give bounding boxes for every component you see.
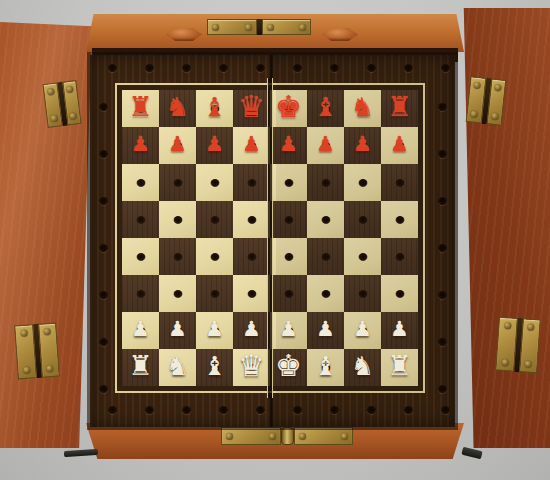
peg-hole bbox=[321, 216, 330, 224]
square-a7[interactable]: ♟ bbox=[122, 127, 159, 164]
square-h6[interactable] bbox=[381, 164, 418, 201]
peg-hole bbox=[438, 244, 447, 252]
hinge-plate bbox=[14, 324, 36, 379]
screw-icon bbox=[66, 86, 74, 94]
peg-hole bbox=[358, 253, 367, 261]
peg-hole bbox=[99, 150, 108, 158]
peg-hole bbox=[358, 290, 367, 298]
hinge-plate bbox=[519, 318, 541, 373]
peg-hole bbox=[173, 253, 182, 261]
square-e6[interactable] bbox=[270, 164, 307, 201]
square-f3[interactable] bbox=[307, 275, 344, 312]
piece-ivory-pawn[interactable]: ♟ bbox=[242, 318, 261, 339]
screw-icon bbox=[44, 328, 51, 335]
peg-hole bbox=[438, 150, 447, 158]
square-e7[interactable]: ♟ bbox=[270, 127, 307, 164]
box-rail-bottom bbox=[86, 423, 464, 459]
peg-hole bbox=[395, 253, 404, 261]
piece-ivory-knight[interactable]: ♞ bbox=[351, 352, 374, 378]
square-a8[interactable]: ♜ bbox=[122, 90, 159, 127]
open-lid-right bbox=[452, 8, 550, 448]
square-d7[interactable]: ♟ bbox=[233, 127, 270, 164]
piece-red-pawn[interactable]: ♟ bbox=[390, 133, 409, 154]
screw-icon bbox=[267, 24, 274, 31]
square-e5[interactable] bbox=[270, 201, 307, 238]
screw-icon bbox=[23, 367, 30, 374]
square-b2[interactable]: ♟ bbox=[159, 312, 196, 349]
square-b8[interactable]: ♞ bbox=[159, 90, 196, 127]
piece-ivory-rook[interactable]: ♜ bbox=[387, 352, 411, 379]
square-d8[interactable]: ♛ bbox=[233, 90, 270, 127]
piece-red-pawn[interactable]: ♟ bbox=[131, 133, 150, 154]
screw-icon bbox=[494, 84, 502, 92]
screw-icon bbox=[69, 112, 77, 120]
peg-hole bbox=[256, 406, 265, 414]
piece-red-bishop[interactable]: ♝ bbox=[203, 93, 226, 119]
peg-hole bbox=[99, 291, 108, 299]
peg-hole bbox=[99, 385, 108, 393]
brass-hinge-right-top-icon bbox=[466, 76, 507, 126]
peg-hole bbox=[438, 197, 447, 205]
peg-hole bbox=[136, 253, 145, 261]
screw-icon bbox=[299, 433, 306, 440]
piece-ivory-pawn[interactable]: ♟ bbox=[390, 318, 409, 339]
piece-red-bishop[interactable]: ♝ bbox=[314, 93, 337, 119]
square-d1[interactable]: ♛ bbox=[233, 349, 270, 386]
square-c1[interactable]: ♝ bbox=[196, 349, 233, 386]
square-a2[interactable]: ♟ bbox=[122, 312, 159, 349]
square-g1[interactable]: ♞ bbox=[344, 349, 381, 386]
peg-hole bbox=[247, 179, 256, 187]
screw-icon bbox=[341, 433, 348, 440]
square-f4[interactable] bbox=[307, 238, 344, 275]
peg-hole bbox=[247, 253, 256, 261]
square-e3[interactable] bbox=[270, 275, 307, 312]
peg-hole bbox=[404, 406, 413, 414]
board-fold-seam bbox=[267, 78, 273, 398]
square-c3[interactable] bbox=[196, 275, 233, 312]
hinge-plate bbox=[38, 323, 60, 378]
piece-ivory-pawn[interactable]: ♟ bbox=[131, 318, 150, 339]
peg-hole bbox=[173, 216, 182, 224]
square-a1[interactable]: ♜ bbox=[122, 349, 159, 386]
square-c8[interactable]: ♝ bbox=[196, 90, 233, 127]
square-g2[interactable]: ♟ bbox=[344, 312, 381, 349]
peg-hole bbox=[367, 406, 376, 414]
peg-hole bbox=[136, 290, 145, 298]
hinge-plate bbox=[294, 427, 354, 445]
peg-hole bbox=[358, 179, 367, 187]
screw-icon bbox=[504, 322, 511, 329]
screw-icon bbox=[20, 330, 27, 337]
screw-icon bbox=[473, 82, 481, 90]
peg-hole bbox=[210, 290, 219, 298]
square-h3[interactable] bbox=[381, 275, 418, 312]
hinge-plate bbox=[262, 19, 312, 35]
square-h8[interactable]: ♜ bbox=[381, 90, 418, 127]
square-f7[interactable]: ♟ bbox=[307, 127, 344, 164]
piece-red-knight[interactable]: ♞ bbox=[166, 93, 189, 119]
square-b6[interactable] bbox=[159, 164, 196, 201]
peg-hole bbox=[284, 179, 293, 187]
peg-hole bbox=[358, 216, 367, 224]
square-d4[interactable] bbox=[233, 238, 270, 275]
peg-hole bbox=[256, 64, 265, 72]
square-f6[interactable] bbox=[307, 164, 344, 201]
brass-hinge-right-bottom-icon bbox=[495, 317, 541, 374]
peg-hole bbox=[210, 253, 219, 261]
piece-ivory-knight[interactable]: ♞ bbox=[166, 352, 189, 378]
square-a5[interactable] bbox=[122, 201, 159, 238]
peg-hole bbox=[219, 406, 228, 414]
square-f8[interactable]: ♝ bbox=[307, 90, 344, 127]
piece-ivory-bishop[interactable]: ♝ bbox=[314, 352, 337, 378]
square-a3[interactable] bbox=[122, 275, 159, 312]
piece-ivory-rook[interactable]: ♜ bbox=[128, 352, 152, 379]
square-d3[interactable] bbox=[233, 275, 270, 312]
peg-hole bbox=[284, 290, 293, 298]
square-d6[interactable] bbox=[233, 164, 270, 201]
chess-board: ♜♞♝♛♚♝♞♜♟♟♟♟♟♟♟♟♟♟♟♟♟♟♟♟♜♞♝♛♚♝♞♜ bbox=[90, 55, 455, 427]
hinge-plate bbox=[495, 317, 517, 372]
peg-hole bbox=[284, 216, 293, 224]
peg-hole bbox=[395, 216, 404, 224]
screw-icon bbox=[226, 433, 233, 440]
piece-red-pawn[interactable]: ♟ bbox=[242, 133, 261, 154]
peg-hole bbox=[330, 406, 339, 414]
peg-hole bbox=[395, 179, 404, 187]
piece-red-pawn[interactable]: ♟ bbox=[168, 133, 187, 154]
square-f2[interactable]: ♟ bbox=[307, 312, 344, 349]
square-b3[interactable] bbox=[159, 275, 196, 312]
peg-hole bbox=[247, 216, 256, 224]
wood-grain bbox=[452, 8, 550, 448]
piece-red-king[interactable]: ♚ bbox=[275, 91, 302, 121]
square-a4[interactable] bbox=[122, 238, 159, 275]
piece-ivory-pawn[interactable]: ♟ bbox=[279, 318, 298, 339]
square-c5[interactable] bbox=[196, 201, 233, 238]
piece-ivory-pawn[interactable]: ♟ bbox=[316, 318, 335, 339]
screw-icon bbox=[525, 361, 532, 368]
travel-chess-box-scene: ♜♞♝♛♚♝♞♜♟♟♟♟♟♟♟♟♟♟♟♟♟♟♟♟♜♞♝♛♚♝♞♜ bbox=[0, 0, 550, 480]
square-g8[interactable]: ♞ bbox=[344, 90, 381, 127]
piece-red-pawn[interactable]: ♟ bbox=[279, 133, 298, 154]
screw-icon bbox=[470, 111, 478, 119]
square-g4[interactable] bbox=[344, 238, 381, 275]
square-d5[interactable] bbox=[233, 201, 270, 238]
square-e8[interactable]: ♚ bbox=[270, 90, 307, 127]
peg-hole bbox=[99, 338, 108, 346]
peg-hole bbox=[99, 197, 108, 205]
peg-hole bbox=[108, 406, 117, 414]
piece-red-queen[interactable]: ♛ bbox=[238, 91, 265, 121]
square-f1[interactable]: ♝ bbox=[307, 349, 344, 386]
peg-hole bbox=[404, 64, 413, 72]
peg-hole bbox=[321, 179, 330, 187]
square-c4[interactable] bbox=[196, 238, 233, 275]
square-b1[interactable]: ♞ bbox=[159, 349, 196, 386]
piece-ivory-bishop[interactable]: ♝ bbox=[203, 352, 226, 378]
screw-icon bbox=[47, 88, 55, 96]
peg-hole bbox=[247, 290, 256, 298]
screw-icon bbox=[269, 433, 276, 440]
board-frame: ♜♞♝♛♚♝♞♜♟♟♟♟♟♟♟♟♟♟♟♟♟♟♟♟♜♞♝♛♚♝♞♜ bbox=[115, 83, 425, 393]
brass-hinge-bottom-icon bbox=[221, 427, 353, 445]
peg-hole bbox=[145, 406, 154, 414]
peg-hole bbox=[99, 244, 108, 252]
peg-hole bbox=[293, 406, 302, 414]
screw-icon bbox=[299, 24, 306, 31]
piece-ivory-king[interactable]: ♚ bbox=[275, 350, 302, 380]
peg-hole bbox=[173, 179, 182, 187]
peg-hole bbox=[441, 406, 450, 414]
square-c7[interactable]: ♟ bbox=[196, 127, 233, 164]
square-c2[interactable]: ♟ bbox=[196, 312, 233, 349]
square-e1[interactable]: ♚ bbox=[270, 349, 307, 386]
peg-hole bbox=[182, 406, 191, 414]
peg-hole bbox=[367, 64, 376, 72]
square-b5[interactable] bbox=[159, 201, 196, 238]
clasp-hook-right-icon bbox=[461, 447, 482, 460]
piece-ivory-pawn[interactable]: ♟ bbox=[168, 318, 187, 339]
peg-hole bbox=[182, 64, 191, 72]
peg-hole bbox=[293, 64, 302, 72]
square-h4[interactable] bbox=[381, 238, 418, 275]
peg-hole bbox=[438, 385, 447, 393]
brass-hinge-left-bottom-icon bbox=[14, 323, 60, 380]
square-h7[interactable]: ♟ bbox=[381, 127, 418, 164]
screw-icon bbox=[46, 365, 53, 372]
square-b4[interactable] bbox=[159, 238, 196, 275]
peg-hole bbox=[136, 216, 145, 224]
square-e2[interactable]: ♟ bbox=[270, 312, 307, 349]
piece-ivory-pawn[interactable]: ♟ bbox=[205, 318, 224, 339]
square-g7[interactable]: ♟ bbox=[344, 127, 381, 164]
square-f5[interactable] bbox=[307, 201, 344, 238]
piece-ivory-queen[interactable]: ♛ bbox=[238, 350, 265, 380]
box-rail-top bbox=[86, 14, 464, 52]
screw-icon bbox=[527, 324, 534, 331]
screw-icon bbox=[212, 24, 219, 31]
square-g6[interactable] bbox=[344, 164, 381, 201]
carved-diamond-icon bbox=[322, 28, 358, 41]
peg-hole bbox=[330, 64, 339, 72]
piece-red-pawn[interactable]: ♟ bbox=[316, 133, 335, 154]
peg-hole bbox=[441, 64, 450, 72]
square-b7[interactable]: ♟ bbox=[159, 127, 196, 164]
screw-icon bbox=[491, 113, 499, 121]
peg-hole bbox=[145, 64, 154, 72]
piece-red-knight[interactable]: ♞ bbox=[351, 93, 374, 119]
square-g3[interactable] bbox=[344, 275, 381, 312]
square-c6[interactable] bbox=[196, 164, 233, 201]
peg-hole bbox=[219, 64, 228, 72]
square-d2[interactable]: ♟ bbox=[233, 312, 270, 349]
peg-hole bbox=[321, 290, 330, 298]
piece-red-rook[interactable]: ♜ bbox=[128, 93, 152, 120]
piece-red-pawn[interactable]: ♟ bbox=[353, 133, 372, 154]
piece-ivory-pawn[interactable]: ♟ bbox=[353, 318, 372, 339]
brass-hinge-top-icon bbox=[207, 19, 311, 35]
piece-red-pawn[interactable]: ♟ bbox=[205, 133, 224, 154]
peg-hole bbox=[438, 103, 447, 111]
peg-hole bbox=[108, 64, 117, 72]
hinge-plate bbox=[221, 427, 281, 445]
hinge-knuckle bbox=[281, 427, 294, 445]
peg-hole bbox=[136, 179, 145, 187]
screw-icon bbox=[245, 24, 252, 31]
brass-hinge-left-top-icon bbox=[42, 80, 81, 128]
square-a6[interactable] bbox=[122, 164, 159, 201]
peg-hole bbox=[321, 253, 330, 261]
peg-hole bbox=[395, 290, 404, 298]
screw-icon bbox=[50, 115, 58, 123]
peg-hole bbox=[210, 179, 219, 187]
hinge-plate bbox=[207, 19, 257, 35]
square-h2[interactable]: ♟ bbox=[381, 312, 418, 349]
square-h5[interactable] bbox=[381, 201, 418, 238]
square-e4[interactable] bbox=[270, 238, 307, 275]
peg-hole bbox=[99, 103, 108, 111]
square-h1[interactable]: ♜ bbox=[381, 349, 418, 386]
peg-hole bbox=[284, 253, 293, 261]
square-g5[interactable] bbox=[344, 201, 381, 238]
screw-icon bbox=[501, 359, 508, 366]
carved-diamond-icon bbox=[166, 28, 202, 41]
piece-red-rook[interactable]: ♜ bbox=[387, 93, 411, 120]
peg-hole bbox=[438, 338, 447, 346]
peg-hole bbox=[438, 291, 447, 299]
peg-hole bbox=[210, 216, 219, 224]
clasp-hook-left-icon bbox=[64, 449, 98, 457]
peg-hole bbox=[173, 290, 182, 298]
